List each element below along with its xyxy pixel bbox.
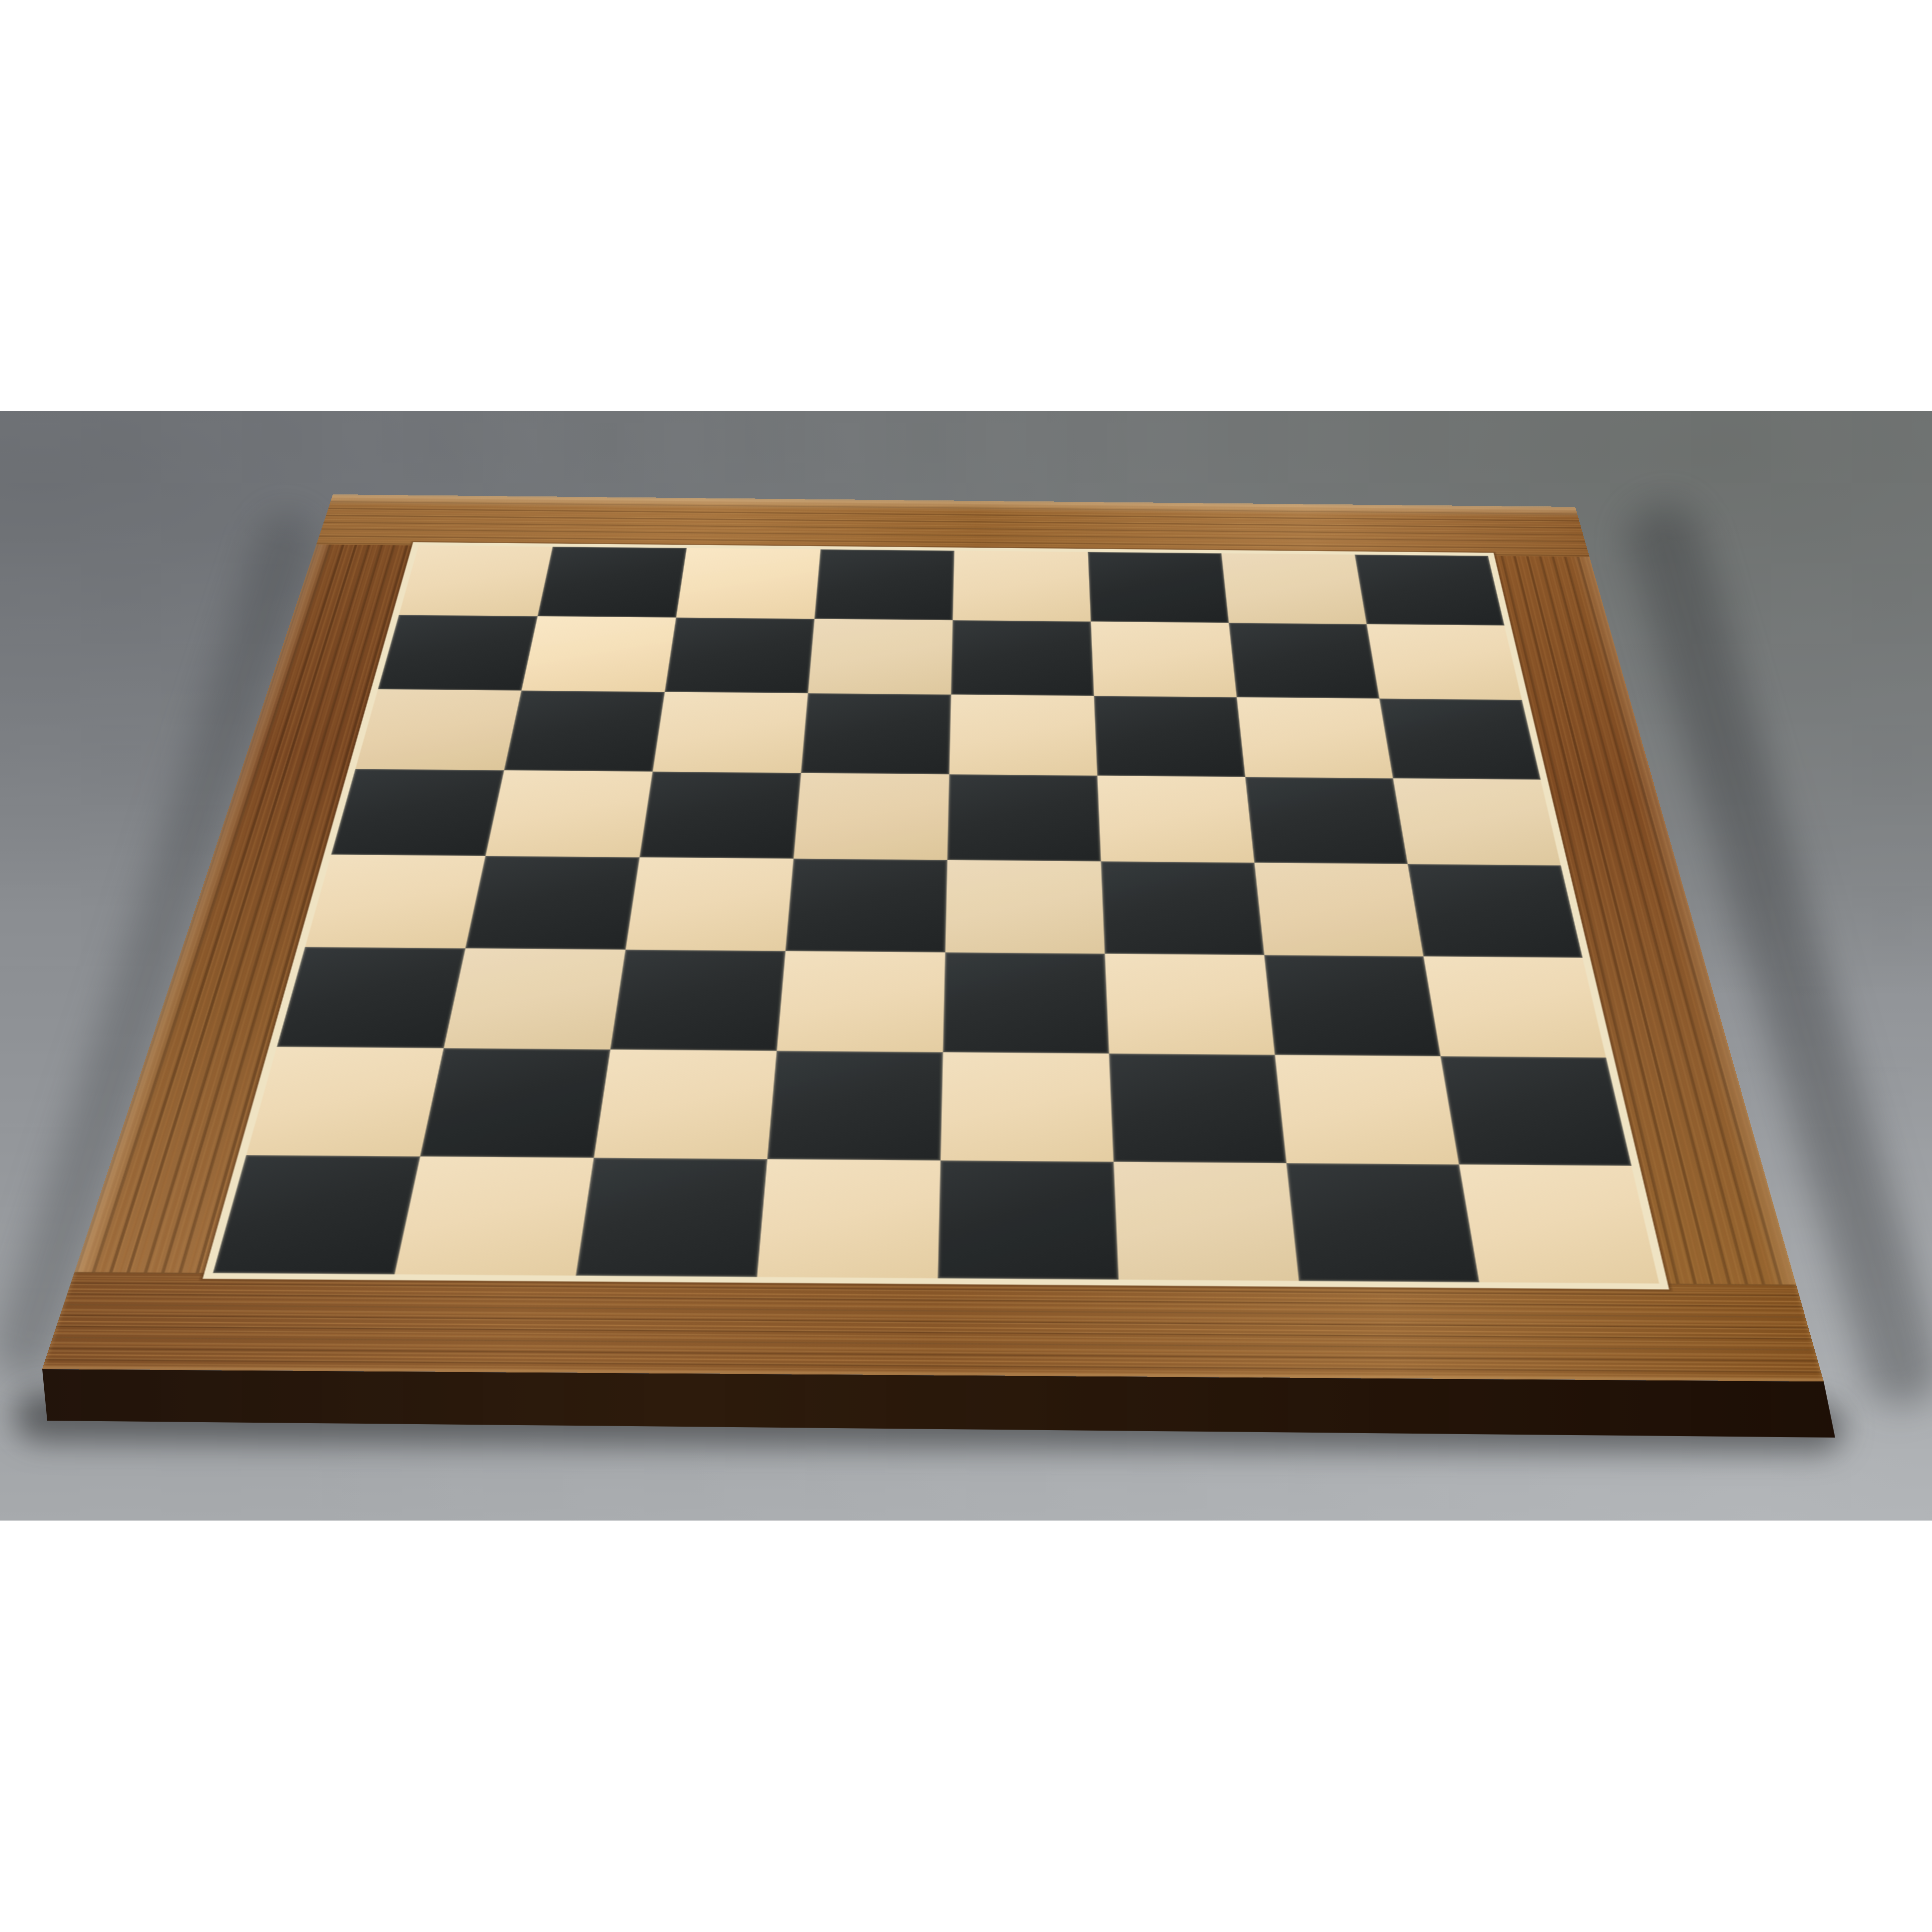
square-d8 [814, 550, 954, 621]
square-a6 [355, 689, 521, 770]
square-e1 [938, 1160, 1119, 1280]
square-g3 [1264, 955, 1441, 1056]
playing-field [213, 546, 1659, 1284]
square-g2 [1275, 1055, 1459, 1165]
square-a3 [277, 947, 465, 1048]
square-g8 [1221, 553, 1367, 624]
square-e8 [953, 551, 1091, 622]
square-e5 [947, 774, 1101, 861]
square-a1 [213, 1155, 420, 1275]
square-h3 [1424, 957, 1606, 1058]
studio-floor-backdrop [0, 411, 1932, 1521]
square-h7 [1367, 624, 1522, 700]
square-h4 [1408, 864, 1583, 958]
square-f1 [1114, 1162, 1299, 1281]
square-a8 [399, 546, 553, 616]
square-b4 [466, 856, 640, 950]
square-c6 [652, 692, 808, 773]
square-d6 [801, 693, 951, 774]
square-f7 [1091, 622, 1237, 697]
square-h1 [1459, 1164, 1659, 1284]
square-f2 [1109, 1053, 1287, 1163]
square-b7 [521, 616, 676, 692]
square-a5 [331, 769, 504, 856]
square-d4 [786, 859, 948, 953]
square-d7 [808, 619, 953, 694]
square-a7 [378, 615, 538, 690]
square-g6 [1237, 697, 1393, 778]
square-f5 [1097, 776, 1254, 863]
square-c1 [576, 1158, 767, 1277]
square-h5 [1393, 778, 1561, 865]
square-b8 [538, 547, 687, 618]
square-f8 [1088, 552, 1229, 623]
square-c2 [594, 1049, 777, 1159]
square-g4 [1254, 863, 1423, 957]
square-c3 [610, 950, 785, 1051]
square-e4 [945, 860, 1105, 954]
square-d5 [794, 773, 949, 860]
square-h2 [1441, 1056, 1631, 1166]
square-d3 [777, 951, 945, 1052]
square-f3 [1105, 954, 1275, 1055]
square-b5 [485, 770, 652, 857]
square-d2 [767, 1051, 943, 1161]
square-e6 [949, 695, 1097, 776]
square-g1 [1287, 1163, 1479, 1283]
square-f6 [1094, 696, 1245, 777]
square-a4 [305, 855, 485, 949]
square-c8 [676, 548, 821, 619]
square-c4 [626, 857, 794, 951]
square-e7 [951, 620, 1094, 696]
screenshot [0, 0, 1932, 1932]
square-a2 [246, 1047, 444, 1157]
square-h8 [1355, 555, 1504, 626]
square-g7 [1229, 623, 1379, 698]
square-b2 [420, 1048, 611, 1158]
square-g5 [1245, 777, 1408, 864]
square-e2 [941, 1052, 1114, 1162]
square-c5 [640, 772, 801, 859]
chess-board [42, 494, 1824, 1381]
square-b1 [395, 1156, 594, 1276]
square-b3 [444, 948, 626, 1049]
square-h6 [1379, 699, 1541, 780]
square-b6 [504, 691, 664, 772]
square-c7 [665, 618, 814, 693]
square-d1 [757, 1159, 940, 1279]
square-f4 [1101, 861, 1265, 955]
square-e3 [943, 953, 1109, 1054]
